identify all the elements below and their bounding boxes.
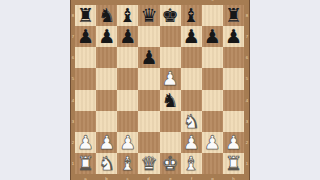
white-pawn[interactable]: ♟ [204, 131, 221, 152]
square-a7[interactable]: ♟ [75, 26, 96, 47]
square-a6[interactable] [75, 47, 96, 68]
square-b5[interactable] [96, 68, 117, 89]
white-queen[interactable]: ♛ [140, 152, 157, 173]
white-pawn[interactable]: ♟ [183, 131, 200, 152]
coord-label-4: 4 [72, 92, 75, 107]
white-bishop[interactable]: ♝ [183, 152, 200, 173]
square-e4[interactable]: ♞ [160, 90, 181, 111]
black-king[interactable]: ♚ [162, 5, 179, 26]
square-e7[interactable] [160, 26, 181, 47]
black-pawn[interactable]: ♟ [98, 26, 115, 47]
square-f3[interactable]: ♞ [181, 111, 202, 132]
square-c8[interactable]: ♝ [117, 5, 138, 26]
square-b3[interactable] [96, 111, 117, 132]
white-pawn[interactable]: ♟ [119, 131, 136, 152]
square-c4[interactable] [117, 90, 138, 111]
board-grid: ♜♞♝♛♚♝♜♟♟♟♟♟♟♟♟♞♞♟♟♟♟♟♟♜♞♝♛♚♝♜ [75, 5, 244, 174]
coord-label-g: g [205, 0, 220, 1]
square-f7[interactable]: ♟ [181, 26, 202, 47]
coord-label-e: e [162, 176, 177, 180]
square-c5[interactable] [117, 68, 138, 89]
square-b8[interactable]: ♞ [96, 5, 117, 26]
square-a4[interactable] [75, 90, 96, 111]
square-a2[interactable]: ♟ [75, 132, 96, 153]
white-pawn[interactable]: ♟ [162, 68, 179, 89]
white-bishop[interactable]: ♝ [119, 152, 136, 173]
square-a8[interactable]: ♜ [75, 5, 96, 26]
square-d7[interactable] [138, 26, 159, 47]
black-knight[interactable]: ♞ [98, 5, 115, 26]
black-rook[interactable]: ♜ [77, 5, 94, 26]
coord-label-b: b [99, 0, 114, 1]
square-h6[interactable] [223, 47, 244, 68]
square-h8[interactable]: ♜ [223, 5, 244, 26]
square-d4[interactable] [138, 90, 159, 111]
square-g8[interactable] [202, 5, 223, 26]
square-d5[interactable] [138, 68, 159, 89]
coord-label-3: 3 [246, 114, 249, 129]
square-c3[interactable] [117, 111, 138, 132]
square-f8[interactable]: ♝ [181, 5, 202, 26]
coord-label-4: 4 [246, 92, 249, 107]
square-b2[interactable]: ♟ [96, 132, 117, 153]
square-e8[interactable]: ♚ [160, 5, 181, 26]
square-e6[interactable] [160, 47, 181, 68]
black-pawn[interactable]: ♟ [225, 26, 242, 47]
white-pawn[interactable]: ♟ [77, 131, 94, 152]
square-d8[interactable]: ♛ [138, 5, 159, 26]
square-a1[interactable]: ♜ [75, 153, 96, 174]
coord-label-f: f [184, 0, 199, 1]
square-f4[interactable] [181, 90, 202, 111]
white-king[interactable]: ♚ [162, 152, 179, 173]
coord-label-a: a [78, 176, 93, 180]
square-e2[interactable] [160, 132, 181, 153]
coord-label-7: 7 [246, 29, 249, 44]
file-labels-bottom: abcdefgh [75, 175, 244, 180]
coord-label-b: b [99, 176, 114, 180]
coord-label-7: 7 [72, 29, 75, 44]
square-h1[interactable]: ♜ [223, 153, 244, 174]
coord-label-6: 6 [72, 50, 75, 65]
square-e5[interactable]: ♟ [160, 68, 181, 89]
square-h7[interactable]: ♟ [223, 26, 244, 47]
square-b7[interactable]: ♟ [96, 26, 117, 47]
black-rook[interactable]: ♜ [225, 5, 242, 26]
black-bishop[interactable]: ♝ [183, 5, 200, 26]
square-f1[interactable]: ♝ [181, 153, 202, 174]
coord-label-g: g [205, 176, 220, 180]
square-h3[interactable] [223, 111, 244, 132]
coord-label-d: d [141, 0, 156, 1]
black-pawn[interactable]: ♟ [183, 26, 200, 47]
square-f6[interactable] [181, 47, 202, 68]
square-h4[interactable] [223, 90, 244, 111]
coord-label-d: d [141, 176, 156, 180]
white-pawn[interactable]: ♟ [98, 131, 115, 152]
square-c7[interactable]: ♟ [117, 26, 138, 47]
square-e3[interactable] [160, 111, 181, 132]
black-bishop[interactable]: ♝ [119, 5, 136, 26]
white-knight[interactable]: ♞ [98, 152, 115, 173]
square-f5[interactable] [181, 68, 202, 89]
square-d1[interactable]: ♛ [138, 153, 159, 174]
square-f2[interactable]: ♟ [181, 132, 202, 153]
coord-label-2: 2 [72, 135, 75, 150]
coord-label-c: c [120, 0, 135, 1]
coord-label-2: 2 [246, 135, 249, 150]
screen: abcdefgh abcdefgh 87654321 87654321 ♜♞♝♛… [0, 0, 320, 180]
square-b1[interactable]: ♞ [96, 153, 117, 174]
square-g7[interactable]: ♟ [202, 26, 223, 47]
square-g1[interactable] [202, 153, 223, 174]
white-rook[interactable]: ♜ [77, 152, 94, 173]
coord-label-6: 6 [246, 50, 249, 65]
square-e1[interactable]: ♚ [160, 153, 181, 174]
rank-labels-right: 87654321 [245, 5, 249, 174]
coord-label-c: c [120, 176, 135, 180]
square-a3[interactable] [75, 111, 96, 132]
square-d6[interactable]: ♟ [138, 47, 159, 68]
black-pawn[interactable]: ♟ [119, 26, 136, 47]
square-c1[interactable]: ♝ [117, 153, 138, 174]
file-labels-top: abcdefgh [75, 0, 244, 2]
white-rook[interactable]: ♜ [225, 152, 242, 173]
chess-board: abcdefgh abcdefgh 87654321 87654321 ♜♞♝♛… [70, 0, 250, 180]
square-c6[interactable] [117, 47, 138, 68]
black-pawn[interactable]: ♟ [204, 26, 221, 47]
black-pawn[interactable]: ♟ [140, 47, 157, 68]
square-g3[interactable] [202, 111, 223, 132]
coord-label-3: 3 [72, 114, 75, 129]
square-d2[interactable] [138, 132, 159, 153]
black-pawn[interactable]: ♟ [77, 26, 94, 47]
square-g4[interactable] [202, 90, 223, 111]
coord-label-a: a [78, 0, 93, 1]
square-g6[interactable] [202, 47, 223, 68]
square-h2[interactable]: ♟ [223, 132, 244, 153]
coord-label-5: 5 [246, 71, 249, 86]
coord-label-5: 5 [72, 71, 75, 86]
coord-label-h: h [226, 0, 241, 1]
white-pawn[interactable]: ♟ [225, 131, 242, 152]
square-b4[interactable] [96, 90, 117, 111]
square-b6[interactable] [96, 47, 117, 68]
square-g5[interactable] [202, 68, 223, 89]
coord-label-f: f [184, 176, 199, 180]
square-h5[interactable] [223, 68, 244, 89]
coord-label-e: e [162, 0, 177, 1]
square-a5[interactable] [75, 68, 96, 89]
coord-label-h: h [226, 176, 241, 180]
square-c2[interactable]: ♟ [117, 132, 138, 153]
coord-label-8: 8 [246, 8, 249, 23]
square-d3[interactable] [138, 111, 159, 132]
coord-label-1: 1 [246, 156, 249, 171]
square-g2[interactable]: ♟ [202, 132, 223, 153]
black-knight[interactable]: ♞ [162, 89, 179, 110]
white-knight[interactable]: ♞ [183, 110, 200, 131]
coord-label-1: 1 [72, 156, 75, 171]
coord-label-8: 8 [72, 8, 75, 23]
black-queen[interactable]: ♛ [140, 5, 157, 26]
